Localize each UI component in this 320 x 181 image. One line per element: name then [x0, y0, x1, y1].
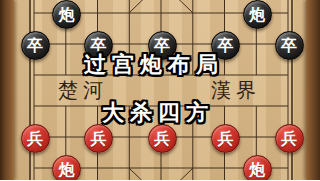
overlay-title-slogan: 大杀四方 — [0, 99, 318, 127]
red-soldier[interactable]: 兵 — [148, 124, 177, 153]
river-label-han: 漢界 — [211, 79, 261, 101]
black-cannon[interactable]: 炮 — [52, 0, 81, 29]
piece-glyph: 炮 — [249, 1, 265, 28]
red-soldier[interactable]: 兵 — [211, 124, 240, 153]
board-frame-left — [0, 0, 14, 180]
piece-glyph: 兵 — [27, 125, 43, 152]
red-soldier[interactable]: 兵 — [21, 124, 50, 153]
red-soldier[interactable]: 兵 — [84, 124, 113, 153]
river-label-chu: 楚河 — [58, 79, 108, 101]
piece-glyph: 炮 — [59, 156, 75, 181]
xiangqi-board[interactable]: 楚河 漢界 炮炮卒卒卒卒卒兵兵兵兵兵炮炮 过宫炮布局 大杀四方 — [0, 0, 320, 180]
piece-glyph: 兵 — [91, 125, 107, 152]
black-cannon[interactable]: 炮 — [243, 0, 272, 29]
board-grid — [0, 0, 320, 180]
piece-glyph: 兵 — [281, 125, 297, 152]
piece-glyph: 炮 — [249, 156, 265, 181]
board-frame-right — [306, 0, 320, 180]
piece-glyph: 兵 — [154, 125, 170, 152]
piece-glyph: 炮 — [59, 1, 75, 28]
overlay-title-opening: 过宫炮布局 — [0, 51, 314, 79]
piece-glyph: 兵 — [218, 125, 234, 152]
red-soldier[interactable]: 兵 — [275, 124, 304, 153]
red-cannon[interactable]: 炮 — [243, 155, 272, 181]
